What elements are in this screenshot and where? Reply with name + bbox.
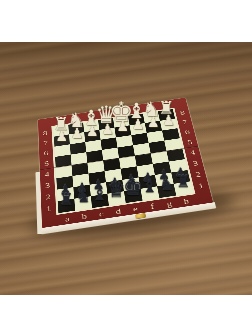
photo-margin-bottom — [0, 295, 252, 336]
square-e1 — [124, 189, 143, 203]
square-c1 — [91, 194, 109, 208]
square-b1 — [74, 196, 92, 210]
rank-label-1: 1 — [192, 179, 210, 193]
square-d1 — [107, 191, 125, 205]
square-h1 — [174, 181, 193, 195]
photo-margin-top — [0, 0, 252, 42]
square-a1 — [58, 199, 76, 213]
rank-label-1: 1 — [41, 201, 56, 215]
product-photo[interactable]: abcdefgh abcdefgh 87654321 87654321 ♜♞♝♛… — [0, 0, 252, 336]
chess-board: abcdefgh abcdefgh 87654321 87654321 — [38, 98, 213, 228]
